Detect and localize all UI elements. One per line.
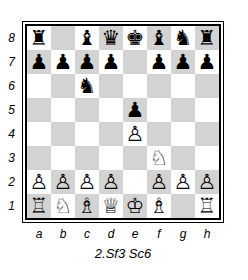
- rank-labels: 87654321: [0, 26, 15, 218]
- square-b2[interactable]: ♙: [51, 170, 75, 194]
- square-a3[interactable]: [27, 146, 51, 170]
- square-b8[interactable]: [51, 26, 75, 50]
- white-king-piece[interactable]: ♔: [123, 194, 147, 218]
- rank-label-1: 1: [0, 194, 15, 218]
- square-c1[interactable]: ♗: [75, 194, 99, 218]
- square-e3[interactable]: [123, 146, 147, 170]
- rank-label-6: 6: [0, 74, 15, 98]
- square-e4[interactable]: ♙: [123, 122, 147, 146]
- square-g5[interactable]: [171, 98, 195, 122]
- square-b3[interactable]: [51, 146, 75, 170]
- file-label-e: e: [123, 227, 147, 241]
- rank-label-3: 3: [0, 146, 15, 170]
- square-d3[interactable]: [99, 146, 123, 170]
- black-pawn-piece[interactable]: ♟: [171, 50, 195, 74]
- square-a8[interactable]: ♜: [27, 26, 51, 50]
- square-c5[interactable]: [75, 98, 99, 122]
- square-h6[interactable]: [195, 74, 219, 98]
- square-g2[interactable]: ♙: [171, 170, 195, 194]
- square-f7[interactable]: ♟: [147, 50, 171, 74]
- square-f3[interactable]: ♘: [147, 146, 171, 170]
- black-king-piece[interactable]: ♚: [123, 26, 147, 50]
- square-h8[interactable]: ♜: [195, 26, 219, 50]
- square-f2[interactable]: ♙: [147, 170, 171, 194]
- square-a2[interactable]: ♙: [27, 170, 51, 194]
- square-h3[interactable]: [195, 146, 219, 170]
- white-pawn-piece[interactable]: ♙: [27, 170, 51, 194]
- black-knight-piece[interactable]: ♞: [171, 26, 195, 50]
- square-d7[interactable]: ♟: [99, 50, 123, 74]
- square-b4[interactable]: [51, 122, 75, 146]
- square-a1[interactable]: ♖: [27, 194, 51, 218]
- board-frame: ♜♝♛♚♝♞♜♟♟♟♟♟♟♟♞♟♙♘♙♙♙♙♙♙♙♖♘♗♕♔♗♖: [22, 21, 224, 223]
- square-f8[interactable]: ♝: [147, 26, 171, 50]
- square-e7[interactable]: [123, 50, 147, 74]
- square-h4[interactable]: [195, 122, 219, 146]
- move-caption: 2.Sf3 Sc6: [22, 246, 224, 261]
- white-pawn-piece[interactable]: ♙: [171, 170, 195, 194]
- white-pawn-piece[interactable]: ♙: [51, 170, 75, 194]
- white-pawn-piece[interactable]: ♙: [195, 170, 219, 194]
- black-bishop-piece[interactable]: ♝: [75, 26, 99, 50]
- square-c7[interactable]: ♟: [75, 50, 99, 74]
- square-e8[interactable]: ♚: [123, 26, 147, 50]
- file-label-f: f: [147, 227, 171, 241]
- square-a5[interactable]: [27, 98, 51, 122]
- square-h1[interactable]: ♖: [195, 194, 219, 218]
- file-label-a: a: [27, 227, 51, 241]
- black-pawn-piece[interactable]: ♟: [99, 50, 123, 74]
- square-e1[interactable]: ♔: [123, 194, 147, 218]
- square-f1[interactable]: ♗: [147, 194, 171, 218]
- square-b5[interactable]: [51, 98, 75, 122]
- square-a7[interactable]: ♟: [27, 50, 51, 74]
- board-grid: ♜♝♛♚♝♞♜♟♟♟♟♟♟♟♞♟♙♘♙♙♙♙♙♙♙♖♘♗♕♔♗♖: [27, 26, 219, 218]
- square-d8[interactable]: ♛: [99, 26, 123, 50]
- black-pawn-piece[interactable]: ♟: [147, 50, 171, 74]
- file-label-g: g: [171, 227, 195, 241]
- black-pawn-piece[interactable]: ♟: [51, 50, 75, 74]
- square-f6[interactable]: [147, 74, 171, 98]
- white-rook-piece[interactable]: ♖: [27, 194, 51, 218]
- file-label-b: b: [51, 227, 75, 241]
- black-bishop-piece[interactable]: ♝: [147, 26, 171, 50]
- file-label-c: c: [75, 227, 99, 241]
- square-e6[interactable]: [123, 74, 147, 98]
- black-pawn-piece[interactable]: ♟: [75, 50, 99, 74]
- square-c8[interactable]: ♝: [75, 26, 99, 50]
- white-pawn-piece[interactable]: ♙: [75, 170, 99, 194]
- square-c6[interactable]: ♞: [75, 74, 99, 98]
- square-d4[interactable]: [99, 122, 123, 146]
- square-g1[interactable]: [171, 194, 195, 218]
- rank-label-5: 5: [0, 98, 15, 122]
- square-a4[interactable]: [27, 122, 51, 146]
- white-queen-piece[interactable]: ♕: [99, 194, 123, 218]
- file-label-d: d: [99, 227, 123, 241]
- square-c4[interactable]: [75, 122, 99, 146]
- square-h2[interactable]: ♙: [195, 170, 219, 194]
- board-inner-frame: ♜♝♛♚♝♞♜♟♟♟♟♟♟♟♞♟♙♘♙♙♙♙♙♙♙♖♘♗♕♔♗♖: [25, 24, 221, 220]
- square-d5[interactable]: [99, 98, 123, 122]
- square-g8[interactable]: ♞: [171, 26, 195, 50]
- square-c2[interactable]: ♙: [75, 170, 99, 194]
- white-pawn-piece[interactable]: ♙: [147, 170, 171, 194]
- black-rook-piece[interactable]: ♜: [195, 26, 219, 50]
- white-pawn-piece[interactable]: ♙: [123, 122, 147, 146]
- square-a6[interactable]: [27, 74, 51, 98]
- square-e2[interactable]: [123, 170, 147, 194]
- square-g4[interactable]: [171, 122, 195, 146]
- square-h7[interactable]: ♟: [195, 50, 219, 74]
- square-g3[interactable]: [171, 146, 195, 170]
- rank-label-2: 2: [0, 170, 15, 194]
- rank-label-4: 4: [0, 122, 15, 146]
- white-pawn-piece[interactable]: ♙: [99, 170, 123, 194]
- square-e5[interactable]: ♟: [123, 98, 147, 122]
- square-d2[interactable]: ♙: [99, 170, 123, 194]
- square-f4[interactable]: [147, 122, 171, 146]
- square-d1[interactable]: ♕: [99, 194, 123, 218]
- file-label-h: h: [195, 227, 219, 241]
- black-rook-piece[interactable]: ♜: [27, 26, 51, 50]
- white-rook-piece[interactable]: ♖: [195, 194, 219, 218]
- square-b6[interactable]: [51, 74, 75, 98]
- square-f5[interactable]: [147, 98, 171, 122]
- square-g7[interactable]: ♟: [171, 50, 195, 74]
- square-c3[interactable]: [75, 146, 99, 170]
- black-queen-piece[interactable]: ♛: [99, 26, 123, 50]
- square-b7[interactable]: ♟: [51, 50, 75, 74]
- white-knight-piece[interactable]: ♘: [51, 194, 75, 218]
- rank-label-8: 8: [0, 26, 15, 50]
- black-pawn-piece[interactable]: ♟: [27, 50, 51, 74]
- white-bishop-piece[interactable]: ♗: [75, 194, 99, 218]
- chess-diagram: 87654321 ♜♝♛♚♝♞♜♟♟♟♟♟♟♟♞♟♙♘♙♙♙♙♙♙♙♖♘♗♕♔♗…: [0, 0, 248, 280]
- black-pawn-piece[interactable]: ♟: [195, 50, 219, 74]
- square-h5[interactable]: [195, 98, 219, 122]
- white-bishop-piece[interactable]: ♗: [147, 194, 171, 218]
- black-knight-piece[interactable]: ♞: [75, 74, 99, 98]
- black-pawn-piece[interactable]: ♟: [123, 98, 147, 122]
- square-g6[interactable]: [171, 74, 195, 98]
- square-d6[interactable]: [99, 74, 123, 98]
- square-b1[interactable]: ♘: [51, 194, 75, 218]
- file-labels: abcdefgh: [27, 227, 219, 241]
- white-knight-piece[interactable]: ♘: [147, 146, 171, 170]
- rank-label-7: 7: [0, 50, 15, 74]
